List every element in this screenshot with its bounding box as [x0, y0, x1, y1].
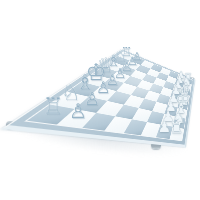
pieces-layer: ♖♘♗♕♔♗♘♖♙♙♙♙♙♙♙♙♟♟♟♟♟♟♟♟♜♞♝♛♚♝♞♜: [0, 0, 200, 200]
product-photo-stage: ♖♘♗♕♔♗♘♖♙♙♙♙♙♙♙♙♟♟♟♟♟♟♟♟♜♞♝♛♚♝♞♜: [0, 0, 200, 200]
piece-black-rook[interactable]: ♖: [43, 96, 64, 117]
piece-white-rook[interactable]: ♜: [170, 122, 184, 136]
piece-white-pawn[interactable]: ♟: [158, 120, 171, 133]
piece-black-pawn[interactable]: ♙: [69, 103, 87, 121]
